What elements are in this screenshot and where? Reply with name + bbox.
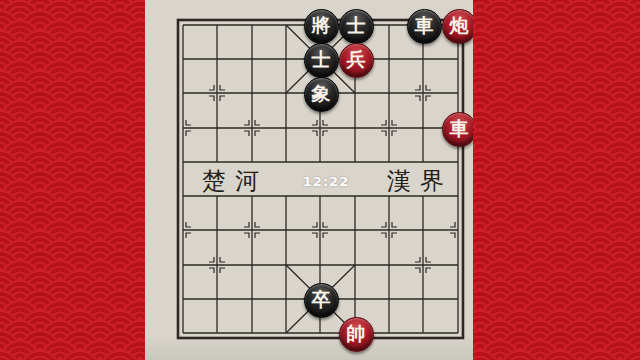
piece-black-general[interactable]: 將 — [304, 9, 339, 44]
piece-glyph: 車 — [415, 16, 434, 35]
piece-glyph: 炮 — [450, 16, 469, 35]
piece-glyph: 象 — [312, 84, 331, 103]
piece-black-advisor[interactable]: 士 — [339, 9, 374, 44]
piece-red-general[interactable]: 帥 — [339, 317, 374, 352]
piece-red-soldier[interactable]: 兵 — [339, 43, 374, 78]
piece-red-cannon[interactable]: 炮 — [442, 9, 474, 44]
piece-glyph: 帥 — [347, 324, 366, 343]
piece-glyph: 車 — [450, 119, 469, 138]
piece-red-chariot[interactable]: 車 — [442, 112, 474, 147]
piece-glyph: 士 — [347, 16, 366, 35]
app-background: 楚河 12:22 漢界 將士車炮士兵象車卒帥 — [0, 0, 640, 360]
piece-black-chariot[interactable]: 車 — [407, 9, 442, 44]
piece-black-advisor[interactable]: 士 — [304, 43, 339, 78]
piece-glyph: 士 — [312, 50, 331, 69]
board-panel: 楚河 12:22 漢界 將士車炮士兵象車卒帥 — [145, 0, 473, 360]
piece-glyph: 兵 — [347, 50, 366, 69]
river-label-right: 漢界 — [387, 167, 453, 195]
piece-black-elephant[interactable]: 象 — [304, 77, 339, 112]
river-label-left: 楚河 — [202, 167, 268, 195]
piece-glyph: 卒 — [312, 290, 331, 309]
game-timer: 12:22 — [303, 174, 349, 189]
piece-black-soldier[interactable]: 卒 — [304, 283, 339, 318]
piece-glyph: 將 — [312, 16, 331, 35]
